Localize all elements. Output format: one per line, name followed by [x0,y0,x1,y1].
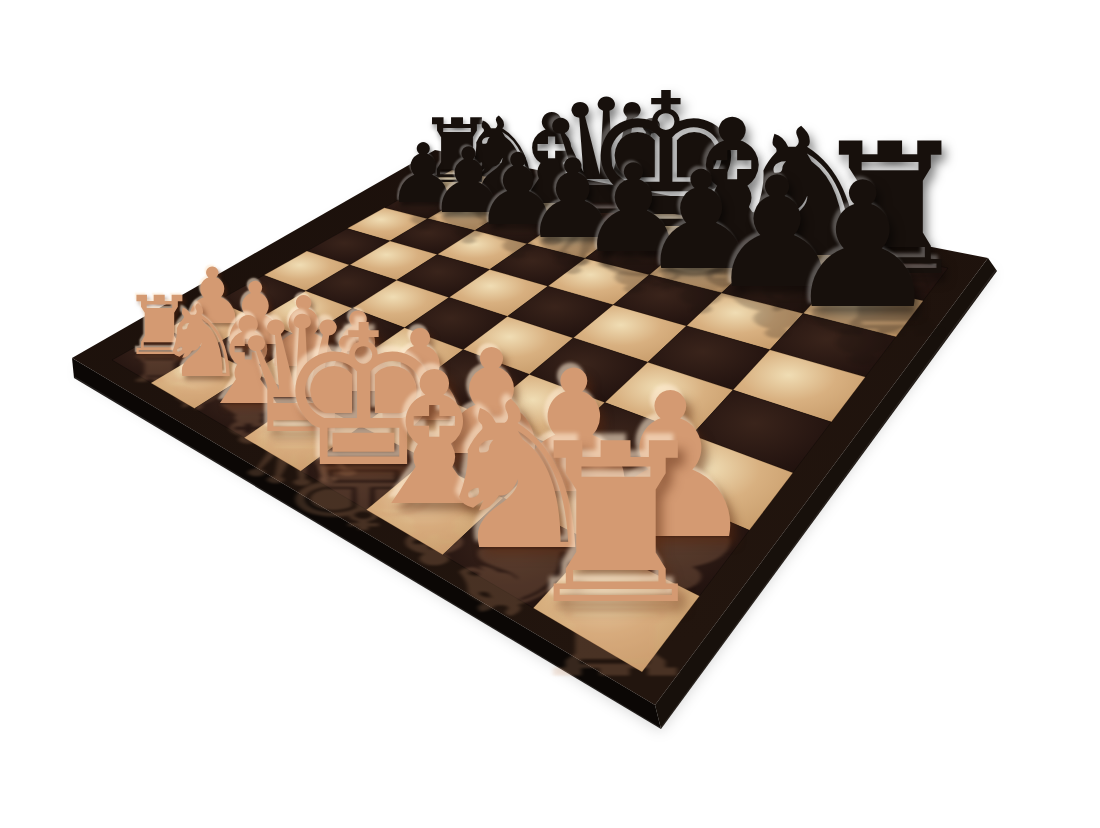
piece-black-pawn-h7[interactable]: ♟ [776,160,950,334]
chess-set-photo: ♜♜♞♞♟♟♝♝♟♟♛♛♟♟♚♚♟♟♝♝♟♟♞♞♟♟♜♜♟♟♟♟♟♟♟♟♜♜♟♟… [0,0,1100,828]
pieces-layer: ♜♜♞♞♟♟♝♝♟♟♛♛♟♟♚♚♟♟♝♝♟♟♞♞♟♟♜♜♟♟♟♟♟♟♟♟♜♜♟♟… [0,0,1100,828]
piece-white-rook-h1[interactable]: ♜ [505,415,726,636]
